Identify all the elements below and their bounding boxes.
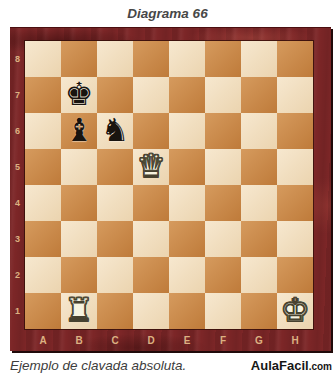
square-e8 <box>169 41 205 77</box>
file-label-a: A <box>25 335 61 346</box>
square-g6 <box>241 113 277 149</box>
square-h1: ♚ <box>277 293 313 329</box>
square-e2 <box>169 257 205 293</box>
square-h7 <box>277 77 313 113</box>
file-label-f: F <box>205 335 241 346</box>
rank-label-4: 4 <box>10 185 25 221</box>
piece-white-rook: ♜ <box>65 294 94 326</box>
piece-black-knight: ♞ <box>101 114 130 146</box>
square-d7 <box>133 77 169 113</box>
square-c8 <box>97 41 133 77</box>
square-h5 <box>277 149 313 185</box>
rank-label-1: 1 <box>10 293 25 329</box>
square-h6 <box>277 113 313 149</box>
square-d3 <box>133 221 169 257</box>
diagram-title: Diagrama 66 <box>0 0 335 27</box>
square-f4 <box>205 185 241 221</box>
square-b6: ♝ <box>61 113 97 149</box>
square-c4 <box>97 185 133 221</box>
square-g4 <box>241 185 277 221</box>
square-b2 <box>61 257 97 293</box>
square-c3 <box>97 221 133 257</box>
square-d4 <box>133 185 169 221</box>
square-d8 <box>133 41 169 77</box>
piece-black-king: ♚ <box>65 78 94 110</box>
square-f8 <box>205 41 241 77</box>
square-d5: ♛ <box>133 149 169 185</box>
square-c2 <box>97 257 133 293</box>
piece-white-queen: ♛ <box>137 150 166 182</box>
square-b8 <box>61 41 97 77</box>
square-a8 <box>25 41 61 77</box>
square-h3 <box>277 221 313 257</box>
square-c6: ♞ <box>97 113 133 149</box>
square-f7 <box>205 77 241 113</box>
rank-label-7: 7 <box>10 77 25 113</box>
square-c5 <box>97 149 133 185</box>
square-d2 <box>133 257 169 293</box>
square-a2 <box>25 257 61 293</box>
square-e4 <box>169 185 205 221</box>
square-g8 <box>241 41 277 77</box>
diagram-caption: Ejemplo de clavada absoluta. <box>10 358 186 373</box>
file-label-c: C <box>97 335 133 346</box>
square-b5 <box>61 149 97 185</box>
square-g7 <box>241 77 277 113</box>
square-a6 <box>25 113 61 149</box>
chess-board: 87654321 ♚♝♞♛♜♚ ABCDEFGH <box>10 27 331 351</box>
square-f1 <box>205 293 241 329</box>
rank-label-6: 6 <box>10 113 25 149</box>
square-d6 <box>133 113 169 149</box>
square-f6 <box>205 113 241 149</box>
rank-label-3: 3 <box>10 221 25 257</box>
file-labels: ABCDEFGH <box>25 329 313 351</box>
square-g3 <box>241 221 277 257</box>
file-label-d: D <box>133 335 169 346</box>
file-label-b: B <box>61 335 97 346</box>
square-g2 <box>241 257 277 293</box>
brand-tld: .com <box>309 361 332 372</box>
square-c7 <box>97 77 133 113</box>
square-c1 <box>97 293 133 329</box>
square-f5 <box>205 149 241 185</box>
square-a1 <box>25 293 61 329</box>
square-a3 <box>25 221 61 257</box>
square-a5 <box>25 149 61 185</box>
square-f2 <box>205 257 241 293</box>
file-label-g: G <box>241 335 277 346</box>
piece-black-bishop: ♝ <box>65 114 94 146</box>
rank-label-5: 5 <box>10 149 25 185</box>
square-e6 <box>169 113 205 149</box>
piece-white-king: ♚ <box>281 294 310 326</box>
footer: Ejemplo de clavada absoluta. AulaFacil.c… <box>0 356 335 374</box>
square-h8 <box>277 41 313 77</box>
square-b4 <box>61 185 97 221</box>
square-a4 <box>25 185 61 221</box>
brand-watermark: AulaFacil.com <box>251 356 332 374</box>
square-e7 <box>169 77 205 113</box>
square-e3 <box>169 221 205 257</box>
square-a7 <box>25 77 61 113</box>
board-grid: ♚♝♞♛♜♚ <box>25 41 313 329</box>
square-b7: ♚ <box>61 77 97 113</box>
square-e5 <box>169 149 205 185</box>
square-d1 <box>133 293 169 329</box>
square-g5 <box>241 149 277 185</box>
rank-label-8: 8 <box>10 41 25 77</box>
file-label-h: H <box>277 335 313 346</box>
page: Diagrama 66 87654321 ♚♝♞♛♜♚ ABCDEFGH Eje… <box>0 0 335 375</box>
brand-name: AulaFacil <box>251 358 309 373</box>
rank-labels: 87654321 <box>10 41 25 329</box>
square-h4 <box>277 185 313 221</box>
file-label-e: E <box>169 335 205 346</box>
square-b1: ♜ <box>61 293 97 329</box>
square-h2 <box>277 257 313 293</box>
square-b3 <box>61 221 97 257</box>
square-g1 <box>241 293 277 329</box>
square-f3 <box>205 221 241 257</box>
rank-label-2: 2 <box>10 257 25 293</box>
square-e1 <box>169 293 205 329</box>
